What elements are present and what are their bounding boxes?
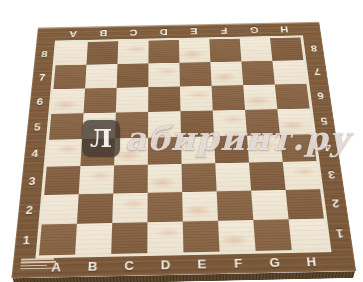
labirint-logo-letter: Л	[90, 126, 112, 151]
rank-label-right-2: 2	[323, 189, 348, 219]
labirint-watermark: Л абиринт.ру	[82, 119, 351, 158]
rank-label-left-3: 3	[20, 167, 43, 196]
square-e6[interactable]	[179, 86, 212, 111]
square-a4[interactable]	[46, 139, 81, 167]
square-b6[interactable]	[83, 88, 116, 113]
file-label-top-H: H	[268, 22, 300, 36]
square-a2[interactable]	[41, 194, 78, 224]
rank-label-left-8: 8	[33, 43, 54, 66]
file-label-top-E: E	[178, 24, 209, 38]
square-e1[interactable]	[182, 221, 219, 253]
square-f3[interactable]	[215, 163, 251, 192]
rank-label-right-8: 8	[303, 37, 325, 60]
rank-label-right-3: 3	[319, 161, 344, 190]
square-e7[interactable]	[179, 62, 211, 86]
square-b7[interactable]	[85, 64, 117, 88]
square-a8[interactable]	[55, 42, 87, 65]
square-b1[interactable]	[75, 223, 112, 255]
square-f1[interactable]	[218, 220, 256, 252]
rank-label-right-1: 1	[327, 218, 353, 249]
square-e2[interactable]	[182, 191, 218, 221]
square-f2[interactable]	[216, 191, 253, 221]
square-c1[interactable]	[111, 222, 147, 254]
file-label-top-F: F	[208, 23, 239, 37]
rank-label-left-2: 2	[17, 195, 41, 225]
square-b2[interactable]	[76, 194, 112, 224]
square-f8[interactable]	[209, 39, 241, 62]
product-photo-scene: ABCDEFGH 87654321 87654321 ABCDEFGH Л аб…	[0, 0, 363, 282]
file-label-bottom-E: E	[183, 254, 220, 274]
rank-label-right-6: 6	[309, 83, 332, 108]
square-g8[interactable]	[239, 38, 272, 61]
square-d7[interactable]	[148, 63, 180, 87]
file-label-bottom-A: A	[37, 258, 75, 278]
square-g6[interactable]	[243, 84, 277, 109]
file-label-bottom-G: G	[255, 253, 293, 273]
square-h6[interactable]	[274, 84, 309, 109]
square-c3[interactable]	[113, 165, 148, 194]
square-f6[interactable]	[211, 85, 244, 110]
square-h2[interactable]	[285, 189, 323, 219]
square-a3[interactable]	[44, 166, 80, 195]
file-label-bottom-D: D	[147, 255, 184, 275]
rank-labels-left: 87654321	[13, 43, 54, 256]
square-d1[interactable]	[147, 222, 183, 254]
labirint-watermark-text: абиринт.ру	[125, 119, 351, 158]
square-g1[interactable]	[253, 219, 291, 251]
square-c6[interactable]	[115, 87, 147, 112]
square-h7[interactable]	[272, 60, 306, 84]
rank-label-left-7: 7	[31, 65, 52, 89]
file-label-top-D: D	[148, 25, 178, 39]
square-d2[interactable]	[147, 192, 182, 222]
square-a7[interactable]	[53, 65, 86, 89]
file-label-bottom-F: F	[219, 254, 257, 274]
square-e3[interactable]	[181, 163, 216, 192]
rank-label-left-4: 4	[23, 140, 46, 167]
rank-label-left-5: 5	[26, 114, 48, 140]
fine-print-lines	[19, 258, 55, 271]
square-a5[interactable]	[49, 113, 84, 140]
square-d6[interactable]	[148, 86, 180, 111]
square-b8[interactable]	[86, 41, 118, 64]
rank-label-left-6: 6	[28, 89, 50, 114]
file-label-top-G: G	[238, 23, 269, 37]
square-h8[interactable]	[270, 37, 303, 60]
square-g2[interactable]	[251, 190, 288, 220]
square-c8[interactable]	[117, 41, 148, 64]
square-d3[interactable]	[147, 164, 181, 193]
square-f7[interactable]	[210, 61, 243, 85]
file-label-top-B: B	[87, 26, 118, 40]
file-label-bottom-B: B	[73, 257, 110, 277]
square-h1[interactable]	[288, 219, 327, 251]
labirint-logo-badge: Л	[82, 120, 120, 157]
square-g7[interactable]	[241, 61, 274, 85]
square-d8[interactable]	[148, 40, 179, 63]
square-h3[interactable]	[282, 161, 319, 190]
square-a1[interactable]	[38, 224, 76, 256]
file-label-bottom-H: H	[292, 252, 331, 272]
rank-label-right-7: 7	[306, 60, 328, 84]
square-e8[interactable]	[178, 39, 209, 62]
file-label-bottom-C: C	[110, 256, 147, 276]
square-g3[interactable]	[249, 162, 286, 191]
square-c7[interactable]	[116, 63, 148, 87]
square-c2[interactable]	[112, 193, 147, 223]
file-label-top-C: C	[118, 25, 148, 39]
square-b3[interactable]	[78, 165, 113, 194]
file-label-top-A: A	[57, 27, 88, 41]
square-a6[interactable]	[51, 88, 85, 113]
rank-label-left-1: 1	[13, 225, 38, 256]
